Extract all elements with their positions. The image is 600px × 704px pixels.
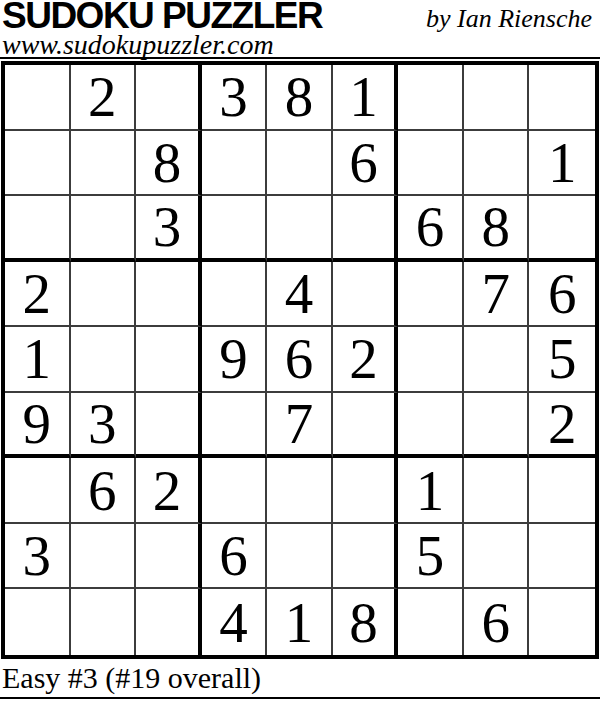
cell-r2c7[interactable] (398, 131, 464, 197)
cell-r1c9[interactable] (529, 65, 595, 131)
cell-r5c1[interactable]: 1 (5, 327, 71, 393)
cell-r4c2[interactable] (71, 262, 137, 328)
cell-r1c8[interactable] (464, 65, 530, 131)
cell-r9c1[interactable] (5, 589, 71, 655)
cell-r3c2[interactable] (71, 196, 137, 262)
cell-r4c3[interactable] (136, 262, 202, 328)
cell-r4c1[interactable]: 2 (5, 262, 71, 328)
cell-r3c3[interactable]: 3 (136, 196, 202, 262)
cell-r9c9[interactable] (529, 589, 595, 655)
cell-r6c8[interactable] (464, 393, 530, 459)
cell-r7c6[interactable] (333, 458, 399, 524)
cell-r4c4[interactable] (202, 262, 268, 328)
cell-r4c7[interactable] (398, 262, 464, 328)
cell-r1c2[interactable]: 2 (71, 65, 137, 131)
cell-r4c6[interactable] (333, 262, 399, 328)
cell-r6c6[interactable] (333, 393, 399, 459)
cell-r3c1[interactable] (5, 196, 71, 262)
cell-r3c8[interactable]: 8 (464, 196, 530, 262)
cell-r1c5[interactable]: 8 (267, 65, 333, 131)
cell-r6c2[interactable]: 3 (71, 393, 137, 459)
cell-r9c8[interactable]: 6 (464, 589, 530, 655)
cell-r5c8[interactable] (464, 327, 530, 393)
cell-r7c1[interactable] (5, 458, 71, 524)
cell-r9c7[interactable] (398, 589, 464, 655)
sudoku-page: SUDOKU PUZZLER by Ian Riensche www.sudok… (0, 0, 600, 704)
cell-r1c4[interactable]: 3 (202, 65, 268, 131)
cell-r6c7[interactable] (398, 393, 464, 459)
cell-r5c9[interactable]: 5 (529, 327, 595, 393)
cell-r7c8[interactable] (464, 458, 530, 524)
cell-r6c4[interactable] (202, 393, 268, 459)
cell-r8c1[interactable]: 3 (5, 524, 71, 590)
header-divider (0, 57, 600, 59)
cell-r3c6[interactable] (333, 196, 399, 262)
sudoku-grid: 238186136824761962593726213654186 (1, 61, 599, 659)
cell-r5c3[interactable] (136, 327, 202, 393)
byline: by Ian Riensche (426, 4, 592, 34)
cell-r3c5[interactable] (267, 196, 333, 262)
cell-r8c9[interactable] (529, 524, 595, 590)
cell-r7c2[interactable]: 6 (71, 458, 137, 524)
cell-r8c6[interactable] (333, 524, 399, 590)
cell-r6c5[interactable]: 7 (267, 393, 333, 459)
cell-r3c4[interactable] (202, 196, 268, 262)
cell-r9c6[interactable]: 8 (333, 589, 399, 655)
cell-r2c8[interactable] (464, 131, 530, 197)
cell-r6c3[interactable] (136, 393, 202, 459)
cell-r8c2[interactable] (71, 524, 137, 590)
cell-r1c6[interactable]: 1 (333, 65, 399, 131)
cell-r5c5[interactable]: 6 (267, 327, 333, 393)
cell-r8c4[interactable]: 6 (202, 524, 268, 590)
cell-r4c9[interactable]: 6 (529, 262, 595, 328)
cell-r6c9[interactable]: 2 (529, 393, 595, 459)
cell-r7c5[interactable] (267, 458, 333, 524)
cell-r7c4[interactable] (202, 458, 268, 524)
puzzle-caption: Easy #3 (#19 overall) (2, 661, 261, 695)
cell-r2c5[interactable] (267, 131, 333, 197)
cell-r9c2[interactable] (71, 589, 137, 655)
cell-r8c7[interactable]: 5 (398, 524, 464, 590)
cell-r9c5[interactable]: 1 (267, 589, 333, 655)
cell-r1c7[interactable] (398, 65, 464, 131)
cell-r2c2[interactable] (71, 131, 137, 197)
cell-r1c1[interactable] (5, 65, 71, 131)
cell-r5c4[interactable]: 9 (202, 327, 268, 393)
cell-r8c3[interactable] (136, 524, 202, 590)
cell-r3c7[interactable]: 6 (398, 196, 464, 262)
cell-r7c7[interactable]: 1 (398, 458, 464, 524)
cell-r2c4[interactable] (202, 131, 268, 197)
cell-r5c6[interactable]: 2 (333, 327, 399, 393)
cell-r5c7[interactable] (398, 327, 464, 393)
cell-r7c9[interactable] (529, 458, 595, 524)
cell-r2c3[interactable]: 8 (136, 131, 202, 197)
cell-r4c5[interactable]: 4 (267, 262, 333, 328)
cell-r5c2[interactable] (71, 327, 137, 393)
cell-r9c3[interactable] (136, 589, 202, 655)
cell-r6c1[interactable]: 9 (5, 393, 71, 459)
cell-r2c9[interactable]: 1 (529, 131, 595, 197)
cell-r1c3[interactable] (136, 65, 202, 131)
cell-r9c4[interactable]: 4 (202, 589, 268, 655)
cell-r8c5[interactable] (267, 524, 333, 590)
cell-r2c6[interactable]: 6 (333, 131, 399, 197)
cell-r7c3[interactable]: 2 (136, 458, 202, 524)
cell-r4c8[interactable]: 7 (464, 262, 530, 328)
cell-r2c1[interactable] (5, 131, 71, 197)
cell-r3c9[interactable] (529, 196, 595, 262)
cell-r8c8[interactable] (464, 524, 530, 590)
footer-divider (0, 697, 600, 699)
